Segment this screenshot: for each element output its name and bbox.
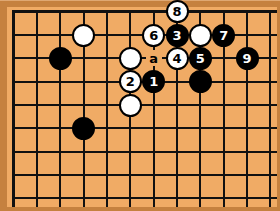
stone-black-K18[interactable]: 7 bbox=[212, 24, 235, 47]
grid-line-h-8 bbox=[12, 174, 277, 176]
stone-white-H19[interactable]: 8 bbox=[166, 0, 189, 23]
grid-line-v-11 bbox=[246, 10, 248, 207]
grid-line-h-7 bbox=[12, 151, 277, 153]
grid-line-v-5 bbox=[106, 10, 108, 207]
stone-number: 5 bbox=[196, 52, 205, 65]
stone-white-J18[interactable] bbox=[189, 24, 212, 47]
stone-black-C17[interactable] bbox=[49, 47, 72, 70]
stone-black-D14[interactable] bbox=[72, 117, 95, 140]
grid-line-v-3 bbox=[59, 10, 61, 207]
stone-black-J17[interactable]: 5 bbox=[189, 47, 212, 70]
go-board-diagram: a863745921 bbox=[0, 0, 280, 211]
point-label-G17[interactable]: a bbox=[146, 50, 162, 66]
grid-line-v-12 bbox=[269, 10, 271, 207]
stone-number: 8 bbox=[172, 5, 181, 18]
grid-line-h-9 bbox=[12, 197, 277, 199]
grid-line-h-5 bbox=[12, 104, 277, 106]
grid-line-h-6 bbox=[12, 127, 277, 129]
stone-number: 3 bbox=[172, 29, 181, 42]
stone-white-H17[interactable]: 4 bbox=[166, 47, 189, 70]
stone-number: 4 bbox=[172, 52, 181, 65]
stone-white-G18[interactable]: 6 bbox=[142, 24, 165, 47]
frame-highlight bbox=[0, 0, 280, 1]
stone-black-J16[interactable] bbox=[189, 70, 212, 93]
grid-line-h-1 bbox=[12, 10, 277, 13]
stone-number: 1 bbox=[149, 75, 158, 88]
stone-number: 7 bbox=[219, 29, 228, 42]
stone-black-H18[interactable]: 3 bbox=[166, 24, 189, 47]
stone-white-D18[interactable] bbox=[72, 24, 95, 47]
stone-white-F15[interactable] bbox=[119, 94, 142, 117]
stone-white-F16[interactable]: 2 bbox=[119, 70, 142, 93]
stone-number: 6 bbox=[149, 29, 158, 42]
stone-number: 9 bbox=[242, 52, 251, 65]
stone-black-L17[interactable]: 9 bbox=[236, 47, 259, 70]
stone-number: 2 bbox=[126, 75, 135, 88]
grid-line-v-1 bbox=[12, 10, 15, 207]
stone-white-F17[interactable] bbox=[119, 47, 142, 70]
grid-line-v-2 bbox=[36, 10, 38, 207]
